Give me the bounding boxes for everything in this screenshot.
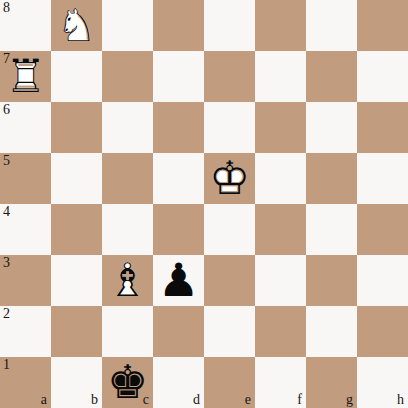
square-e5[interactable]: ♚♔: [204, 153, 255, 204]
white-king[interactable]: ♚♔: [204, 153, 255, 204]
square-f6[interactable]: [255, 102, 306, 153]
black-king[interactable]: ♚: [102, 357, 153, 408]
rank-label-5: 5: [3, 153, 10, 169]
square-a1[interactable]: 1a: [0, 357, 51, 408]
square-c8[interactable]: [102, 0, 153, 51]
white-knight[interactable]: ♞♘: [51, 0, 102, 51]
square-g2[interactable]: [306, 306, 357, 357]
square-g6[interactable]: [306, 102, 357, 153]
square-b6[interactable]: [51, 102, 102, 153]
black-king-icon: ♚: [102, 357, 153, 408]
file-label-f: f: [297, 392, 302, 408]
white-rook-icon: ♖: [0, 51, 51, 102]
square-g1[interactable]: g: [306, 357, 357, 408]
square-e6[interactable]: [204, 102, 255, 153]
square-d8[interactable]: [153, 0, 204, 51]
square-a2[interactable]: 2: [0, 306, 51, 357]
square-h7[interactable]: [357, 51, 408, 102]
white-king-icon: ♔: [204, 153, 255, 204]
white-knight-icon: ♘: [51, 0, 102, 51]
square-c6[interactable]: [102, 102, 153, 153]
square-b1[interactable]: b: [51, 357, 102, 408]
file-label-a: a: [41, 392, 47, 408]
rank-label-6: 6: [3, 102, 10, 118]
square-a5[interactable]: 5: [0, 153, 51, 204]
rank-label-4: 4: [3, 204, 10, 220]
black-pawn-icon: ♟: [153, 255, 204, 306]
square-c1[interactable]: c♚: [102, 357, 153, 408]
square-f4[interactable]: [255, 204, 306, 255]
square-a6[interactable]: 6: [0, 102, 51, 153]
square-d2[interactable]: [153, 306, 204, 357]
square-f1[interactable]: f: [255, 357, 306, 408]
black-pawn[interactable]: ♟: [153, 255, 204, 306]
square-d5[interactable]: [153, 153, 204, 204]
square-h8[interactable]: [357, 0, 408, 51]
square-a7[interactable]: 7♜♖: [0, 51, 51, 102]
white-bishop[interactable]: ♝♗: [102, 255, 153, 306]
square-c5[interactable]: [102, 153, 153, 204]
square-c4[interactable]: [102, 204, 153, 255]
square-g7[interactable]: [306, 51, 357, 102]
chess-board: 8♞♘7♜♖65♚♔43♝♗♟21abc♚defgh: [0, 0, 408, 408]
square-e3[interactable]: [204, 255, 255, 306]
square-f5[interactable]: [255, 153, 306, 204]
square-f7[interactable]: [255, 51, 306, 102]
file-label-d: d: [193, 392, 200, 408]
square-b7[interactable]: [51, 51, 102, 102]
file-label-e: e: [245, 392, 251, 408]
square-a3[interactable]: 3: [0, 255, 51, 306]
square-b3[interactable]: [51, 255, 102, 306]
square-b8[interactable]: ♞♘: [51, 0, 102, 51]
rank-label-3: 3: [3, 255, 10, 271]
white-rook[interactable]: ♜♖: [0, 51, 51, 102]
square-g8[interactable]: [306, 0, 357, 51]
square-f2[interactable]: [255, 306, 306, 357]
square-d4[interactable]: [153, 204, 204, 255]
square-e1[interactable]: e: [204, 357, 255, 408]
file-label-h: h: [397, 392, 404, 408]
square-d1[interactable]: d: [153, 357, 204, 408]
square-f3[interactable]: [255, 255, 306, 306]
square-h5[interactable]: [357, 153, 408, 204]
rank-label-8: 8: [3, 0, 10, 16]
square-e8[interactable]: [204, 0, 255, 51]
square-g5[interactable]: [306, 153, 357, 204]
white-bishop-icon: ♗: [102, 255, 153, 306]
square-e2[interactable]: [204, 306, 255, 357]
square-d3[interactable]: ♟: [153, 255, 204, 306]
square-h6[interactable]: [357, 102, 408, 153]
square-f8[interactable]: [255, 0, 306, 51]
square-b2[interactable]: [51, 306, 102, 357]
square-g3[interactable]: [306, 255, 357, 306]
square-h4[interactable]: [357, 204, 408, 255]
rank-label-2: 2: [3, 306, 10, 322]
square-c7[interactable]: [102, 51, 153, 102]
square-a8[interactable]: 8: [0, 0, 51, 51]
square-d7[interactable]: [153, 51, 204, 102]
file-label-b: b: [91, 392, 98, 408]
square-e4[interactable]: [204, 204, 255, 255]
file-label-g: g: [346, 392, 353, 408]
rank-label-1: 1: [3, 357, 10, 373]
square-h2[interactable]: [357, 306, 408, 357]
square-c3[interactable]: ♝♗: [102, 255, 153, 306]
square-b5[interactable]: [51, 153, 102, 204]
square-d6[interactable]: [153, 102, 204, 153]
square-h1[interactable]: h: [357, 357, 408, 408]
square-e7[interactable]: [204, 51, 255, 102]
square-a4[interactable]: 4: [0, 204, 51, 255]
square-b4[interactable]: [51, 204, 102, 255]
square-g4[interactable]: [306, 204, 357, 255]
square-c2[interactable]: [102, 306, 153, 357]
square-h3[interactable]: [357, 255, 408, 306]
